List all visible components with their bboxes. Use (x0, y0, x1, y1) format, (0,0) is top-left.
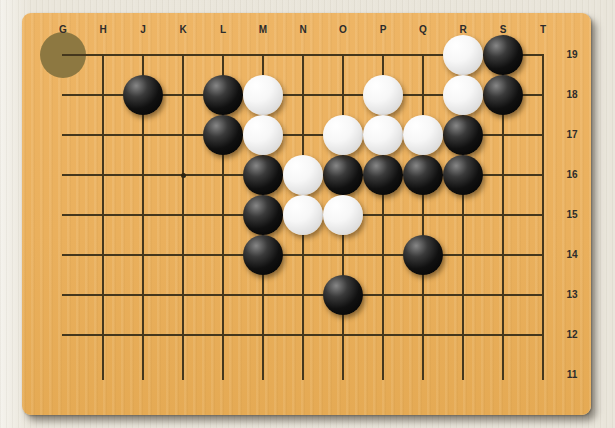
row-label: 19 (560, 49, 584, 61)
star-point (181, 173, 186, 178)
stone-black-S18 (483, 75, 523, 115)
stone-white-R18 (443, 75, 483, 115)
row-label: 12 (560, 329, 584, 341)
column-label: P (373, 24, 393, 36)
stone-black-Q14 (403, 235, 443, 275)
stone-black-M15 (243, 195, 283, 235)
stone-black-O13 (323, 275, 363, 315)
go-board[interactable]: GHJKLMNOPQRST191817161514131211 (22, 13, 591, 415)
column-label: O (333, 24, 353, 36)
grid-line-horizontal (62, 334, 544, 336)
column-label: Q (413, 24, 433, 36)
grid-line-vertical (182, 54, 184, 380)
stone-black-Q16 (403, 155, 443, 195)
stone-white-N15 (283, 195, 323, 235)
stone-black-M16 (243, 155, 283, 195)
column-label: N (293, 24, 313, 36)
stone-black-P16 (363, 155, 403, 195)
column-label: M (253, 24, 273, 36)
row-label: 14 (560, 249, 584, 261)
grid-line-vertical (102, 54, 104, 380)
grid-line-horizontal (62, 294, 544, 296)
stone-white-P17 (363, 115, 403, 155)
column-label: H (93, 24, 113, 36)
stone-white-M18 (243, 75, 283, 115)
stone-black-R17 (443, 115, 483, 155)
stone-white-R19 (443, 35, 483, 75)
grid-line-horizontal (62, 254, 544, 256)
column-label: G (53, 24, 73, 36)
stone-white-O15 (323, 195, 363, 235)
column-label: L (213, 24, 233, 36)
grid-line-vertical (422, 54, 424, 380)
stone-black-M14 (243, 235, 283, 275)
row-label: 17 (560, 129, 584, 141)
column-label: T (533, 24, 553, 36)
row-label: 13 (560, 289, 584, 301)
grid-line-vertical (542, 54, 544, 380)
screenshot-root: GHJKLMNOPQRST191817161514131211 (0, 0, 615, 428)
row-label: 15 (560, 209, 584, 221)
stone-black-J18 (123, 75, 163, 115)
stone-black-S19 (483, 35, 523, 75)
row-label: 11 (560, 369, 584, 381)
stone-white-N16 (283, 155, 323, 195)
stone-white-M17 (243, 115, 283, 155)
stone-white-P18 (363, 75, 403, 115)
row-label: 18 (560, 89, 584, 101)
stone-black-L18 (203, 75, 243, 115)
column-label: J (133, 24, 153, 36)
stone-black-L17 (203, 115, 243, 155)
stone-black-R16 (443, 155, 483, 195)
stone-white-O17 (323, 115, 363, 155)
column-label: K (173, 24, 193, 36)
stone-white-Q17 (403, 115, 443, 155)
stone-black-O16 (323, 155, 363, 195)
row-label: 16 (560, 169, 584, 181)
